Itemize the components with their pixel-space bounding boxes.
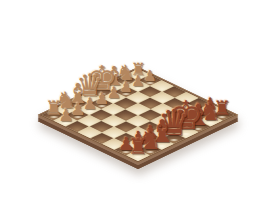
piece-black-rook-a8: ♜ [128,136,148,158]
piece-white-pawn-a2: ♟ [58,107,73,124]
pieces-layer: ♜♞♝♛♚♝♞♜♟♟♟♟♟♟♟♟♟♟♟♟♟♟♟♟♜♞♝♛♚♝♞♜ [0,0,280,220]
piece-white-pawn-g2: ♟ [131,74,144,89]
piece-white-pawn-f2: ♟ [119,80,132,95]
piece-white-pawn-h2: ♟ [143,69,156,84]
chess-set-photo: ♜♞♝♛♚♝♞♜♟♟♟♟♟♟♟♟♟♟♟♟♟♟♟♟♜♞♝♛♚♝♞♜ [0,0,280,220]
